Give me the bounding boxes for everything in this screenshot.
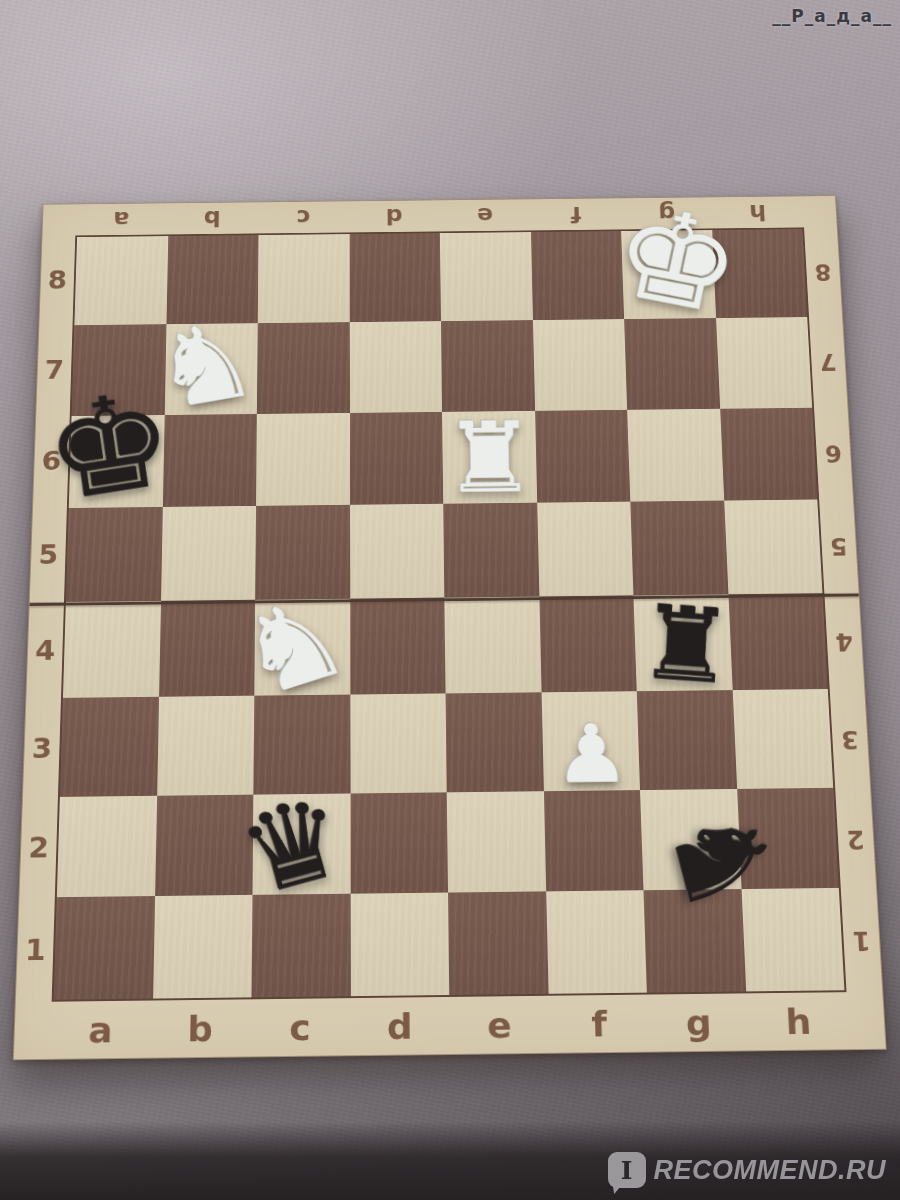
square-a8 xyxy=(74,236,167,325)
square-g7 xyxy=(624,318,720,409)
square-g1 xyxy=(643,889,745,993)
watermark-text: __Р_а_д_а__ xyxy=(772,6,892,26)
rank-label-1: 1 xyxy=(841,889,882,993)
square-f1 xyxy=(546,890,647,994)
square-a5 xyxy=(66,507,163,602)
square-b6 xyxy=(162,414,256,507)
square-g4 xyxy=(633,594,732,691)
square-a3 xyxy=(60,697,159,796)
square-b4 xyxy=(159,600,256,697)
speech-bubble-i-icon: I xyxy=(608,1152,646,1188)
square-e2 xyxy=(447,791,546,893)
file-label-e: e xyxy=(449,996,550,1054)
square-f5 xyxy=(537,501,634,596)
chess-board-photo: abcdefgh abcdefgh 87654321 87654321 ♚♞♚♜… xyxy=(13,195,887,1060)
square-h1 xyxy=(741,888,844,992)
file-label-d: d xyxy=(349,200,440,232)
board-squares xyxy=(52,227,847,1001)
square-e3 xyxy=(446,693,544,792)
square-d4 xyxy=(350,598,446,695)
rank-label-8: 8 xyxy=(804,227,842,316)
rank-label-5: 5 xyxy=(30,507,67,602)
file-labels-bottom: abcdefgh xyxy=(50,992,850,1059)
square-d7 xyxy=(349,321,442,412)
square-h3 xyxy=(732,689,833,788)
square-e8 xyxy=(440,232,533,321)
rank-label-7: 7 xyxy=(36,324,72,415)
rank-label-7: 7 xyxy=(809,316,847,407)
square-h4 xyxy=(728,593,828,690)
file-label-e: e xyxy=(439,199,530,231)
square-d2 xyxy=(350,792,448,894)
rank-label-2: 2 xyxy=(835,788,876,889)
square-b8 xyxy=(166,235,258,324)
square-g2 xyxy=(640,788,741,890)
square-d6 xyxy=(349,411,443,504)
square-b3 xyxy=(157,696,255,795)
square-c4 xyxy=(254,599,350,696)
square-c2 xyxy=(252,793,350,895)
square-c7 xyxy=(257,322,350,413)
file-label-g: g xyxy=(621,197,713,229)
recommend-ru-logo: I RECOMMEND.RU xyxy=(608,1152,887,1188)
square-g3 xyxy=(637,690,737,789)
square-g8 xyxy=(621,230,716,319)
chess-board: abcdefgh abcdefgh 87654321 87654321 ♚♞♚♜… xyxy=(13,195,887,1060)
square-h5 xyxy=(724,499,823,594)
square-b1 xyxy=(153,895,253,999)
square-f3 xyxy=(541,691,640,790)
file-label-d: d xyxy=(350,997,450,1055)
square-g5 xyxy=(630,500,728,595)
file-label-c: c xyxy=(250,998,350,1056)
rank-label-2: 2 xyxy=(19,797,58,898)
square-h8 xyxy=(712,229,807,318)
square-h2 xyxy=(737,787,839,888)
square-f2 xyxy=(543,790,643,892)
square-a2 xyxy=(57,795,157,897)
square-e6 xyxy=(442,410,537,503)
square-a7 xyxy=(72,324,166,415)
rank-label-3: 3 xyxy=(23,699,61,798)
square-e7 xyxy=(441,320,535,411)
file-label-h: h xyxy=(747,992,849,1050)
square-a4 xyxy=(63,601,161,698)
file-label-g: g xyxy=(648,993,750,1051)
square-f4 xyxy=(539,595,637,692)
file-label-a: a xyxy=(50,1001,151,1059)
file-label-f: f xyxy=(549,995,650,1053)
rank-label-4: 4 xyxy=(26,602,64,699)
rank-label-3: 3 xyxy=(830,689,870,788)
square-f7 xyxy=(533,319,628,410)
square-e5 xyxy=(443,502,539,597)
square-f8 xyxy=(531,231,625,320)
square-c8 xyxy=(258,234,350,323)
square-h7 xyxy=(716,317,813,408)
rank-label-6: 6 xyxy=(814,406,853,499)
rank-label-8: 8 xyxy=(39,235,75,324)
rank-label-6: 6 xyxy=(33,415,70,508)
square-h6 xyxy=(720,407,818,500)
square-b2 xyxy=(155,794,254,896)
square-b7 xyxy=(164,323,257,414)
square-c3 xyxy=(253,695,350,794)
logo-text: RECOMMEND.RU xyxy=(654,1155,887,1186)
square-e4 xyxy=(444,596,541,693)
square-b5 xyxy=(161,506,256,601)
square-e1 xyxy=(448,891,548,995)
file-label-f: f xyxy=(530,198,622,230)
rank-label-5: 5 xyxy=(819,498,858,593)
square-f6 xyxy=(535,409,631,502)
file-label-b: b xyxy=(166,202,257,234)
file-label-h: h xyxy=(712,196,804,228)
square-d5 xyxy=(350,504,445,599)
square-a1 xyxy=(54,896,155,1000)
square-c5 xyxy=(255,505,350,600)
square-d1 xyxy=(350,892,449,996)
square-c1 xyxy=(252,893,351,997)
square-a6 xyxy=(69,415,164,508)
file-label-a: a xyxy=(75,203,167,235)
square-g6 xyxy=(627,408,724,501)
square-d3 xyxy=(350,694,447,793)
square-d8 xyxy=(349,233,441,322)
rank-label-4: 4 xyxy=(824,593,864,690)
square-c6 xyxy=(256,413,350,506)
file-label-b: b xyxy=(150,999,251,1057)
rank-label-1: 1 xyxy=(16,898,55,1002)
file-label-c: c xyxy=(258,201,349,233)
